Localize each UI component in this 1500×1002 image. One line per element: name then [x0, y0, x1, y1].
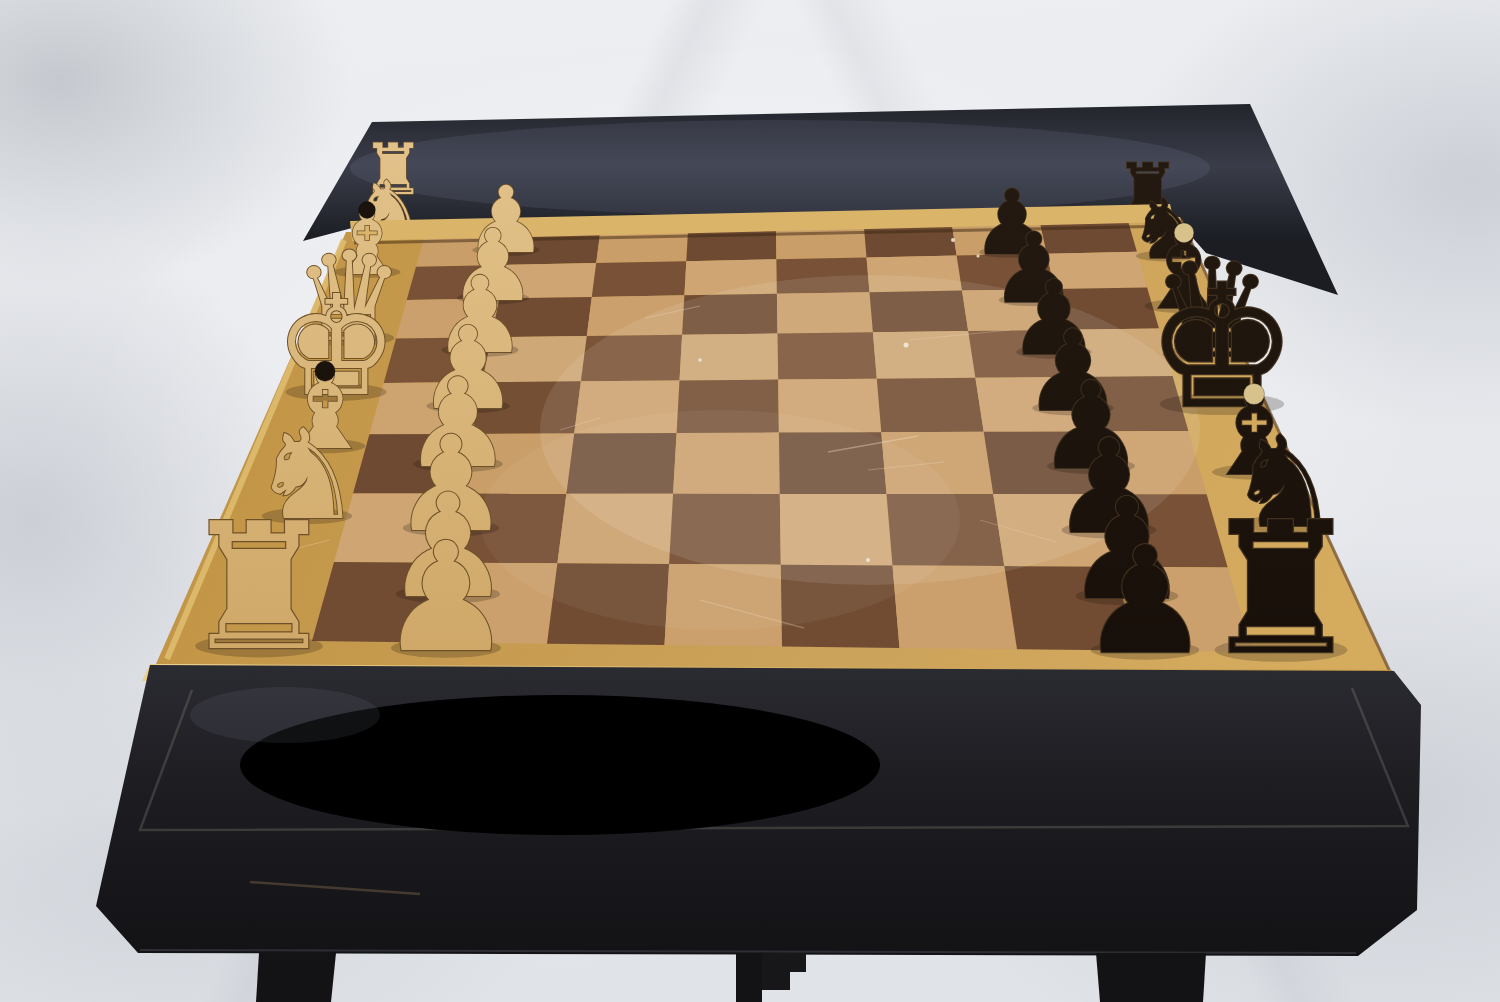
table-leg-right [1096, 953, 1206, 1002]
speck [866, 558, 870, 562]
table-leg-center [736, 953, 762, 1002]
speck [951, 238, 955, 242]
piece-glyph: ♟ [1079, 515, 1212, 687]
piece-black-pawn-h7[interactable]: ♟ [1079, 515, 1212, 687]
piece-black-rook-h8[interactable]: ♜ [1199, 483, 1362, 695]
speck [698, 358, 702, 362]
table-near [96, 665, 1421, 1002]
table-sheen [190, 687, 380, 743]
board-sheen [480, 410, 960, 630]
piece-white-rook-h1[interactable]: ♜ [181, 486, 338, 689]
bishop-finial [1244, 384, 1265, 405]
piece-glyph: ♟ [378, 510, 513, 686]
piece-glyph: ♜ [181, 486, 338, 689]
piece-glyph: ♜ [1199, 483, 1362, 695]
scene: ♜♜♞♟♟♞♝♟♟♝♛♟♟♛♚♚♟♟♝♟♟♝♞♞♟♟♟♟♜♟♜♟ [0, 0, 1500, 1002]
square-b3[interactable] [592, 261, 687, 297]
chessboard-photo: ♜♜♞♟♟♞♝♟♟♝♛♟♟♛♚♚♟♟♝♟♟♝♞♞♟♟♟♟♜♟♜♟ [0, 0, 1500, 1002]
speck [904, 343, 909, 348]
bishop-finial [315, 361, 335, 381]
piece-white-pawn-h2[interactable]: ♟ [378, 510, 513, 686]
table-apron-bracket [762, 953, 806, 990]
bishop-finial [359, 202, 376, 219]
table-leg-left [256, 953, 336, 1002]
